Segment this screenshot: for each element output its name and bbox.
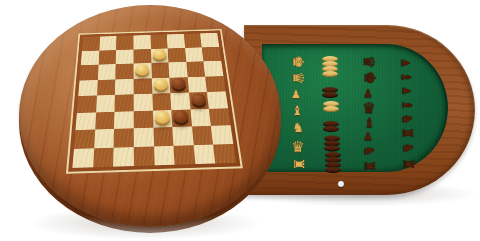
drawer-piece-dark-pawn[interactable]: ♟: [401, 86, 412, 96]
disc-chip-light: [322, 71, 338, 77]
drawer-piece-light-queen[interactable]: ♛: [291, 140, 304, 155]
drawer-piece-dark-bishop[interactable]: ♝: [401, 99, 414, 111]
disc-chip-dark: [324, 146, 340, 152]
drawer-piece-dark-pawn[interactable]: ♟: [400, 58, 411, 68]
drawer-piece-dark-knight[interactable]: ♞: [402, 142, 415, 154]
disc-stack-light[interactable]: [323, 101, 339, 111]
drawer-piece-light-queen[interactable]: ♛: [290, 71, 305, 84]
drawer-piece-dark-knight[interactable]: ♞: [401, 113, 414, 125]
drawer-piece-dark-queen[interactable]: ♛: [361, 55, 376, 68]
disc-chip-dark: [325, 167, 341, 173]
drawer-piece-light-bishop[interactable]: ♝: [291, 104, 303, 117]
disc-stack-dark[interactable]: [322, 87, 338, 97]
drawer-piece-dark-king[interactable]: ♚: [362, 71, 377, 84]
disc-stack-dark[interactable]: [325, 152, 341, 172]
drawer-piece-light-rook[interactable]: ♜: [292, 158, 306, 171]
disc-stack-light[interactable]: [322, 56, 338, 76]
drawer-piece-light-knight[interactable]: ♞: [292, 121, 304, 134]
drawer-piece-dark-knight[interactable]: ♞: [363, 145, 376, 157]
disc-stack-dark[interactable]: [324, 136, 340, 151]
drawer-piece-light-pawn[interactable]: ♟: [291, 89, 301, 100]
disc-chip-dark: [323, 126, 339, 132]
drawer-pieces-layer: ♚♛♟♝♞♛♜♛♚♟♛♝♟♞♜♟♝♟♝♞♜♞♜: [0, 0, 480, 241]
drawer-piece-light-king[interactable]: ♚: [290, 55, 305, 68]
drawer-piece-dark-bishop[interactable]: ♝: [400, 71, 413, 83]
drawer-piece-dark-bishop[interactable]: ♝: [363, 116, 375, 129]
drawer-piece-dark-pawn[interactable]: ♟: [363, 131, 373, 142]
disc-stack-dark[interactable]: [323, 121, 339, 131]
drawer-piece-dark-rook[interactable]: ♜: [402, 158, 416, 171]
disc-chip-light: [323, 106, 339, 112]
drawer-piece-dark-queen[interactable]: ♛: [362, 101, 375, 116]
travel-chess-set-photo: ♚♛♟♝♞♛♜♛♚♟♛♝♟♞♜♟♝♟♝♞♜♞♜: [0, 0, 480, 241]
drawer-piece-dark-pawn[interactable]: ♟: [363, 88, 373, 99]
drawer-piece-dark-rook[interactable]: ♜: [363, 160, 377, 173]
drawer-piece-dark-rook[interactable]: ♜: [401, 127, 415, 140]
disc-chip-dark: [322, 92, 338, 98]
